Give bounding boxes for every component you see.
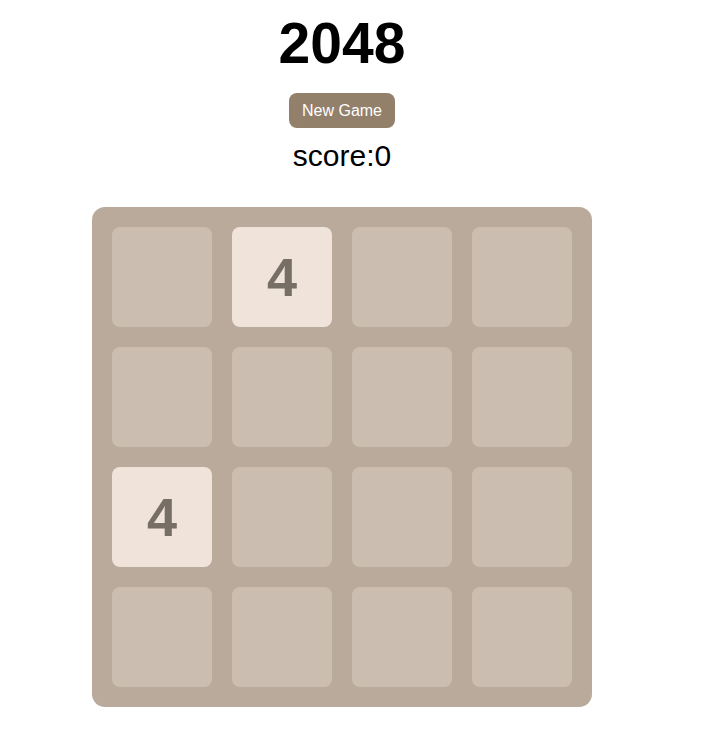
empty-cell (232, 347, 332, 447)
empty-cell (112, 587, 212, 687)
empty-cell (112, 347, 212, 447)
score-display: score:0 (293, 139, 391, 174)
empty-cell (112, 227, 212, 327)
tile-4: 4 (112, 467, 212, 567)
empty-cell (352, 587, 452, 687)
empty-cell (352, 467, 452, 567)
app-container: 2048 New Game score:0 44 (0, 0, 703, 707)
empty-cell (352, 227, 452, 327)
empty-cell (472, 587, 572, 687)
empty-cell (472, 227, 572, 327)
score-value: 0 (375, 139, 392, 172)
game-board[interactable]: 44 (92, 207, 592, 707)
empty-cell (472, 347, 572, 447)
empty-cell (352, 347, 452, 447)
new-game-button[interactable]: New Game (289, 93, 395, 128)
empty-cell (232, 587, 332, 687)
page-title: 2048 (279, 11, 406, 77)
score-label: score: (293, 139, 375, 172)
empty-cell (472, 467, 572, 567)
tile-4: 4 (232, 227, 332, 327)
empty-cell (232, 467, 332, 567)
